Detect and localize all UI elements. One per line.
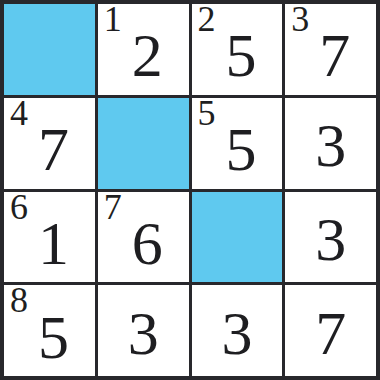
cell-r2c2 [98, 98, 189, 189]
cell-r3c2[interactable]: 7 6 [98, 192, 189, 283]
cell-r2c3[interactable]: 5 5 [192, 98, 283, 189]
crossnumber-board: 1 2 2 5 3 7 4 7 5 5 3 6 1 7 6 3 8 [0, 0, 380, 380]
cell-value: 7 [319, 24, 350, 86]
cell-value: 7 [38, 118, 69, 180]
cell-value: 3 [128, 302, 159, 364]
cell-r1c2[interactable]: 1 2 [98, 4, 189, 95]
cell-r1c4[interactable]: 3 7 [285, 4, 376, 95]
cell-value: 5 [225, 24, 256, 86]
cell-value: 3 [221, 302, 252, 364]
cell-r1c3[interactable]: 2 5 [192, 4, 283, 95]
cell-r4c3[interactable]: 3 [192, 285, 283, 376]
clue-number: 7 [104, 192, 122, 227]
cell-r2c1[interactable]: 4 7 [4, 98, 95, 189]
clue-number: 1 [104, 4, 122, 39]
cell-r3c3 [192, 192, 283, 283]
cell-value: 1 [38, 212, 69, 274]
clue-number: 2 [198, 4, 216, 39]
clue-number: 6 [10, 192, 28, 227]
clue-number: 4 [10, 98, 28, 133]
cell-r1c1 [4, 4, 95, 95]
cell-r3c1[interactable]: 6 1 [4, 192, 95, 283]
cell-value: 6 [132, 212, 163, 274]
cell-r3c4[interactable]: 3 [285, 192, 376, 283]
cell-r4c1[interactable]: 8 5 [4, 285, 95, 376]
cell-value: 2 [132, 24, 163, 86]
clue-number: 3 [291, 4, 309, 39]
cell-value: 3 [315, 114, 346, 176]
cell-value: 3 [315, 208, 346, 270]
cell-r4c2[interactable]: 3 [98, 285, 189, 376]
cell-r2c4[interactable]: 3 [285, 98, 376, 189]
clue-number: 8 [10, 285, 28, 320]
cell-value: 5 [38, 306, 69, 368]
cell-r4c4[interactable]: 7 [285, 285, 376, 376]
cell-value: 5 [225, 118, 256, 180]
cell-value: 7 [315, 302, 346, 364]
clue-number: 5 [198, 98, 216, 133]
